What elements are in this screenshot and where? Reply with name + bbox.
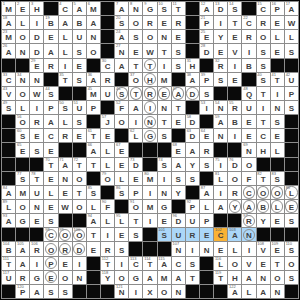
letter-cell-r12c14[interactable]: Y: [186, 158, 199, 171]
letter-cell-r6c19[interactable]: 40S: [257, 73, 270, 86]
letter-cell-r16c20[interactable]: E: [271, 214, 284, 227]
letter-cell-r2c13[interactable]: R: [172, 16, 185, 29]
letter-cell-r8c12[interactable]: N: [158, 101, 171, 114]
letter-cell-r10c5[interactable]: R: [59, 129, 72, 142]
letter-cell-r19c16[interactable]: 116L: [214, 257, 227, 270]
letter-cell-r20c2[interactable]: R: [16, 271, 29, 284]
letter-cell-r7c19[interactable]: T: [257, 87, 270, 100]
letter-cell-r3c2[interactable]: O: [16, 30, 29, 43]
letter-cell-r8c9[interactable]: 52F: [115, 101, 128, 114]
letter-cell-r5c14[interactable]: 31H: [186, 59, 199, 72]
letter-cell-r7c1[interactable]: 43V: [2, 87, 15, 100]
letter-cell-r1c9[interactable]: 7A: [115, 2, 128, 15]
letter-cell-r20c17[interactable]: H: [228, 271, 241, 284]
letter-cell-r2c12[interactable]: E: [158, 16, 171, 29]
letter-cell-r15c21[interactable]: E: [285, 200, 298, 213]
letter-cell-r18c21[interactable]: 110S: [285, 242, 298, 255]
letter-cell-r2c11[interactable]: R: [143, 16, 156, 29]
letter-cell-r21c18[interactable]: L: [242, 285, 255, 298]
letter-cell-r20c3[interactable]: G: [30, 271, 43, 284]
letter-cell-r5c12[interactable]: I: [158, 59, 171, 72]
letter-cell-r8c11[interactable]: I: [143, 101, 156, 114]
letter-cell-r17c18[interactable]: N: [242, 228, 255, 241]
letter-cell-r19c6[interactable]: I: [73, 257, 86, 270]
letter-cell-r9c20[interactable]: S: [271, 115, 284, 128]
letter-cell-r13c4[interactable]: E: [44, 172, 57, 185]
letter-cell-r21c9[interactable]: 121N: [115, 285, 128, 298]
letter-cell-r20c5[interactable]: O: [59, 271, 72, 284]
letter-cell-r21c11[interactable]: X: [143, 285, 156, 298]
letter-cell-r9c6[interactable]: S: [73, 115, 86, 128]
letter-cell-r11c14[interactable]: A: [186, 143, 199, 156]
letter-cell-r13c19[interactable]: 82T: [257, 172, 270, 185]
letter-cell-r1c20[interactable]: 16P: [271, 2, 284, 15]
letter-cell-r5c19[interactable]: S: [257, 59, 270, 72]
letter-cell-r3c6[interactable]: U: [73, 30, 86, 43]
letter-cell-r8c20[interactable]: N: [271, 101, 284, 114]
letter-cell-r11c20[interactable]: L: [271, 143, 284, 156]
letter-cell-r8c15[interactable]: 53I: [200, 101, 213, 114]
letter-cell-r3c21[interactable]: L: [285, 30, 298, 43]
letter-cell-r8c1[interactable]: 49S: [2, 101, 15, 114]
letter-cell-r15c4[interactable]: E: [44, 200, 57, 213]
letter-cell-r7c12[interactable]: E: [158, 87, 171, 100]
letter-cell-r17c17[interactable]: 103A: [228, 228, 241, 241]
letter-cell-r9c2[interactable]: 56O: [16, 115, 29, 128]
letter-cell-r9c10[interactable]: I: [129, 115, 142, 128]
letter-cell-r4c5[interactable]: L: [59, 44, 72, 57]
letter-cell-r18c5[interactable]: R: [59, 242, 72, 255]
letter-cell-r8c17[interactable]: 55R: [228, 101, 241, 114]
letter-cell-r21c5[interactable]: S: [59, 285, 72, 298]
letter-cell-r20c6[interactable]: N: [73, 271, 86, 284]
letter-cell-r17c9[interactable]: E: [115, 228, 128, 241]
letter-cell-r14c2[interactable]: M: [16, 186, 29, 199]
letter-cell-r15c11[interactable]: M: [143, 200, 156, 213]
letter-cell-r20c11[interactable]: A: [143, 271, 156, 284]
letter-cell-r7c18[interactable]: 48Q: [242, 87, 255, 100]
letter-cell-r8c3[interactable]: I: [30, 101, 43, 114]
letter-cell-r1c21[interactable]: 17A: [285, 2, 298, 15]
letter-cell-r6c12[interactable]: M: [158, 73, 171, 86]
letter-cell-r10c18[interactable]: E: [242, 129, 255, 142]
letter-cell-r15c8[interactable]: 90F: [101, 200, 114, 213]
letter-cell-r16c3[interactable]: E: [30, 214, 43, 227]
letter-cell-r21c19[interactable]: A: [257, 285, 270, 298]
letter-cell-r9c13[interactable]: E: [172, 115, 185, 128]
letter-cell-r9c16[interactable]: 59A: [214, 115, 227, 128]
letter-cell-r8c10[interactable]: A: [129, 101, 142, 114]
letter-cell-r14c20[interactable]: O: [271, 186, 284, 199]
letter-cell-r18c2[interactable]: 105A: [16, 242, 29, 255]
letter-cell-r15c16[interactable]: A: [214, 200, 227, 213]
letter-cell-r4c18[interactable]: I: [242, 44, 255, 57]
letter-cell-r4c21[interactable]: S: [285, 44, 298, 57]
letter-cell-r1c17[interactable]: 14S: [228, 2, 241, 15]
letter-cell-r4c7[interactable]: O: [87, 44, 100, 57]
letter-cell-r8c21[interactable]: S: [285, 101, 298, 114]
letter-cell-r3c4[interactable]: E: [44, 30, 57, 43]
letter-cell-r15c5[interactable]: W: [59, 200, 72, 213]
letter-cell-r2c1[interactable]: 18A: [2, 16, 15, 29]
letter-cell-r19c9[interactable]: I: [115, 257, 128, 270]
letter-cell-r9c18[interactable]: E: [242, 115, 255, 128]
letter-cell-r8c19[interactable]: I: [257, 101, 270, 114]
letter-cell-r6c17[interactable]: E: [228, 73, 241, 86]
letter-cell-r5c11[interactable]: T: [143, 59, 156, 72]
letter-cell-r14c12[interactable]: N: [158, 186, 171, 199]
letter-cell-r20c14[interactable]: T: [186, 271, 199, 284]
letter-cell-r9c9[interactable]: O: [115, 115, 128, 128]
letter-cell-r5c6[interactable]: E: [73, 59, 86, 72]
letter-cell-r4c4[interactable]: A: [44, 44, 57, 57]
letter-cell-r11c4[interactable]: E: [44, 143, 57, 156]
letter-cell-r7c8[interactable]: U: [101, 87, 114, 100]
letter-cell-r4c13[interactable]: S: [172, 44, 185, 57]
letter-cell-r19c5[interactable]: E: [59, 257, 72, 270]
letter-cell-r12c15[interactable]: S: [200, 158, 213, 171]
letter-cell-r1c16[interactable]: 13D: [214, 2, 227, 15]
letter-cell-r20c12[interactable]: M: [158, 271, 171, 284]
letter-cell-r20c9[interactable]: O: [115, 271, 128, 284]
letter-cell-r12c18[interactable]: O: [242, 158, 255, 171]
letter-cell-r19c14[interactable]: S: [186, 257, 199, 270]
letter-cell-r4c10[interactable]: E: [129, 44, 142, 57]
letter-cell-r16c9[interactable]: 95L: [115, 214, 128, 227]
letter-cell-r21c13[interactable]: N: [172, 285, 185, 298]
letter-cell-r5c9[interactable]: A: [115, 59, 128, 72]
letter-cell-r20c13[interactable]: A: [172, 271, 185, 284]
letter-cell-r2c20[interactable]: E: [271, 16, 284, 29]
letter-cell-r19c21[interactable]: O: [285, 257, 298, 270]
letter-cell-r2c9[interactable]: 20S: [115, 16, 128, 29]
letter-cell-r8c2[interactable]: L: [16, 101, 29, 114]
letter-cell-r14c10[interactable]: P: [129, 186, 142, 199]
letter-cell-r15c1[interactable]: 89L: [2, 200, 15, 213]
letter-cell-r14c1[interactable]: 84A: [2, 186, 15, 199]
letter-cell-r20c19[interactable]: N: [257, 271, 270, 284]
letter-cell-r2c7[interactable]: A: [87, 16, 100, 29]
letter-cell-r6c11[interactable]: H: [143, 73, 156, 86]
letter-cell-r18c6[interactable]: D: [73, 242, 86, 255]
letter-cell-r13c11[interactable]: 80M: [143, 172, 156, 185]
letter-cell-r1c15[interactable]: 12A: [200, 2, 213, 15]
letter-cell-r5c10[interactable]: T: [129, 59, 142, 72]
letter-cell-r20c8[interactable]: 118Y: [101, 271, 114, 284]
letter-cell-r2c5[interactable]: A: [59, 16, 72, 29]
letter-cell-r16c14[interactable]: U: [186, 214, 199, 227]
letter-cell-r13c18[interactable]: F: [242, 172, 255, 185]
letter-cell-r12c17[interactable]: 76D: [228, 158, 241, 171]
letter-cell-r4c1[interactable]: 26A: [2, 44, 15, 57]
letter-cell-r12c7[interactable]: T: [87, 158, 100, 171]
letter-cell-r1c3[interactable]: 3H: [30, 2, 43, 15]
letter-cell-r10c8[interactable]: E: [101, 129, 114, 142]
letter-cell-r5c5[interactable]: I: [59, 59, 72, 72]
letter-cell-r11c7[interactable]: 66A: [87, 143, 100, 156]
letter-cell-r1c19[interactable]: 15C: [257, 2, 270, 15]
letter-cell-r12c4[interactable]: 70T: [44, 158, 57, 171]
letter-cell-r7c10[interactable]: T: [129, 87, 142, 100]
letter-cell-r15c2[interactable]: O: [16, 200, 29, 213]
letter-cell-r15c10[interactable]: 91O: [129, 200, 142, 213]
letter-cell-r12c12[interactable]: 74S: [158, 158, 171, 171]
letter-cell-r2c10[interactable]: O: [129, 16, 142, 29]
letter-cell-r11c3[interactable]: S: [30, 143, 43, 156]
letter-cell-r5c8[interactable]: 30C: [101, 59, 114, 72]
letter-cell-r6c1[interactable]: 33C: [2, 73, 15, 86]
letter-cell-r7c11[interactable]: R: [143, 87, 156, 100]
letter-cell-r19c3[interactable]: I: [30, 257, 43, 270]
letter-cell-r3c18[interactable]: R: [242, 30, 255, 43]
letter-cell-r18c20[interactable]: 109E: [271, 242, 284, 255]
letter-cell-r4c12[interactable]: T: [158, 44, 171, 57]
letter-cell-r2c2[interactable]: L: [16, 16, 29, 29]
letter-cell-r17c12[interactable]: 101S: [158, 228, 171, 241]
letter-cell-r13c8[interactable]: 79O: [101, 172, 114, 185]
letter-cell-r17c6[interactable]: 100O: [73, 228, 86, 241]
letter-cell-r4c3[interactable]: D: [30, 44, 43, 57]
letter-cell-r1c11[interactable]: 9G: [143, 2, 156, 15]
letter-cell-r15c19[interactable]: B: [257, 200, 270, 213]
letter-cell-r3c5[interactable]: L: [59, 30, 72, 43]
letter-cell-r18c8[interactable]: R: [101, 242, 114, 255]
letter-cell-r13c5[interactable]: N: [59, 172, 72, 185]
letter-cell-r7c20[interactable]: I: [271, 87, 284, 100]
letter-cell-r7c4[interactable]: 44S: [44, 87, 57, 100]
letter-cell-r17c15[interactable]: E: [200, 228, 213, 241]
letter-cell-r17c13[interactable]: U: [172, 228, 185, 241]
letter-cell-r19c1[interactable]: 111T: [2, 257, 15, 270]
letter-cell-r5c17[interactable]: I: [228, 59, 241, 72]
letter-cell-r6c21[interactable]: 42U: [285, 73, 298, 86]
letter-cell-r19c11[interactable]: 114T: [143, 257, 156, 270]
letter-cell-r2c18[interactable]: 22C: [242, 16, 255, 29]
letter-cell-r10c6[interactable]: E: [73, 129, 86, 142]
letter-cell-r16c19[interactable]: Y: [257, 214, 270, 227]
letter-cell-r2c6[interactable]: B: [73, 16, 86, 29]
letter-cell-r15c15[interactable]: L: [200, 200, 213, 213]
letter-cell-r14c18[interactable]: C: [242, 186, 255, 199]
letter-cell-r21c4[interactable]: S: [44, 285, 57, 298]
letter-cell-r7c7[interactable]: 45M: [87, 87, 100, 100]
letter-cell-r19c19[interactable]: E: [257, 257, 270, 270]
letter-cell-r19c18[interactable]: V: [242, 257, 255, 270]
letter-cell-r10c10[interactable]: 62L: [129, 129, 142, 142]
letter-cell-r18c13[interactable]: 107N: [172, 242, 185, 255]
letter-cell-r14c21[interactable]: 88L: [285, 186, 298, 199]
letter-cell-r16c10[interactable]: T: [129, 214, 142, 227]
letter-cell-r10c19[interactable]: C: [257, 129, 270, 142]
letter-cell-r13c13[interactable]: S: [172, 172, 185, 185]
letter-cell-r3c16[interactable]: Y: [214, 30, 227, 43]
letter-cell-r9c8[interactable]: 57J: [101, 115, 114, 128]
letter-cell-r7c15[interactable]: S: [200, 87, 213, 100]
letter-cell-r13c17[interactable]: O: [228, 172, 241, 185]
letter-cell-r6c8[interactable]: R: [101, 73, 114, 86]
letter-cell-r5c3[interactable]: 29E: [30, 59, 43, 72]
letter-cell-r8c4[interactable]: P: [44, 101, 57, 114]
letter-cell-r12c5[interactable]: 71A: [59, 158, 72, 171]
letter-cell-r10c16[interactable]: N: [214, 129, 227, 142]
letter-cell-r10c15[interactable]: 64E: [200, 129, 213, 142]
letter-cell-r14c4[interactable]: L: [44, 186, 57, 199]
letter-cell-r2c4[interactable]: 19B: [44, 16, 57, 29]
letter-cell-r6c7[interactable]: 36A: [87, 73, 100, 86]
letter-cell-r18c4[interactable]: O: [44, 242, 57, 255]
letter-cell-r17c4[interactable]: 98C: [44, 228, 57, 241]
letter-cell-r4c19[interactable]: S: [257, 44, 270, 57]
letter-cell-r14c19[interactable]: O: [257, 186, 270, 199]
letter-cell-r20c21[interactable]: S: [285, 271, 298, 284]
letter-cell-r15c3[interactable]: N: [30, 200, 43, 213]
letter-cell-r1c7[interactable]: 6M: [87, 2, 100, 15]
letter-cell-r6c3[interactable]: N: [30, 73, 43, 86]
letter-cell-r16c18[interactable]: 97R: [242, 214, 255, 227]
letter-cell-r13c3[interactable]: 78T: [30, 172, 43, 185]
letter-cell-r20c16[interactable]: 119T: [214, 271, 227, 284]
letter-cell-r1c13[interactable]: 11T: [172, 2, 185, 15]
letter-cell-r2c16[interactable]: I: [214, 16, 227, 29]
letter-cell-r14c15[interactable]: 87A: [200, 186, 213, 199]
letter-cell-r4c20[interactable]: E: [271, 44, 284, 57]
letter-cell-r16c2[interactable]: G: [16, 214, 29, 227]
letter-cell-r16c7[interactable]: 94A: [87, 214, 100, 227]
letter-cell-r19c20[interactable]: T: [271, 257, 284, 270]
letter-cell-r20c4[interactable]: E: [44, 271, 57, 284]
letter-cell-r6c6[interactable]: S: [73, 73, 86, 86]
letter-cell-r11c18[interactable]: 69N: [242, 143, 255, 156]
letter-cell-r3c20[interactable]: L: [271, 30, 284, 43]
letter-cell-r20c1[interactable]: 117U: [2, 271, 15, 284]
letter-cell-r17c8[interactable]: I: [101, 228, 114, 241]
letter-cell-r13c9[interactable]: L: [115, 172, 128, 185]
letter-cell-r3c12[interactable]: N: [158, 30, 171, 43]
letter-cell-r14c3[interactable]: U: [30, 186, 43, 199]
letter-cell-r6c5[interactable]: 35T: [59, 73, 72, 86]
letter-cell-r14c16[interactable]: I: [214, 186, 227, 199]
letter-cell-r19c4[interactable]: P: [44, 257, 57, 270]
letter-cell-r19c8[interactable]: 112T: [101, 257, 114, 270]
letter-cell-r19c10[interactable]: 113C: [129, 257, 142, 270]
letter-cell-r16c21[interactable]: S: [285, 214, 298, 227]
letter-cell-r1c2[interactable]: 2E: [16, 2, 29, 15]
letter-cell-r3c1[interactable]: 23M: [2, 30, 15, 43]
letter-cell-r9c14[interactable]: 58D: [186, 115, 199, 128]
letter-cell-r14c7[interactable]: 85S: [87, 186, 100, 199]
letter-cell-r11c8[interactable]: L: [101, 143, 114, 156]
letter-cell-r2c19[interactable]: R: [257, 16, 270, 29]
letter-cell-r16c15[interactable]: P: [200, 214, 213, 227]
letter-cell-r16c12[interactable]: E: [158, 214, 171, 227]
letter-cell-r12c16[interactable]: 75I: [214, 158, 227, 171]
letter-cell-r5c4[interactable]: R: [44, 59, 57, 72]
letter-cell-r18c19[interactable]: 108V: [257, 242, 270, 255]
letter-cell-r3c15[interactable]: 25E: [200, 30, 213, 43]
letter-cell-r6c10[interactable]: 37O: [129, 73, 142, 86]
letter-cell-r13c12[interactable]: I: [158, 172, 171, 185]
letter-cell-r9c19[interactable]: T: [257, 115, 270, 128]
letter-cell-r6c15[interactable]: 39P: [200, 73, 213, 86]
letter-cell-r13c16[interactable]: 81L: [214, 172, 227, 185]
letter-cell-r10c20[interactable]: E: [271, 129, 284, 142]
letter-cell-r18c16[interactable]: E: [214, 242, 227, 255]
letter-cell-r6c20[interactable]: 41T: [271, 73, 284, 86]
letter-cell-r7c13[interactable]: 47A: [172, 87, 185, 100]
letter-cell-r17c14[interactable]: R: [186, 228, 199, 241]
letter-cell-r4c11[interactable]: W: [143, 44, 156, 57]
letter-cell-r12c10[interactable]: 73D: [129, 158, 142, 171]
letter-cell-r13c14[interactable]: S: [186, 172, 199, 185]
letter-cell-r13c2[interactable]: 77S: [16, 172, 29, 185]
letter-cell-r18c15[interactable]: N: [200, 242, 213, 255]
letter-cell-r11c15[interactable]: R: [200, 143, 213, 156]
letter-cell-r7c3[interactable]: W: [30, 87, 43, 100]
letter-cell-r15c18[interactable]: A: [242, 200, 255, 213]
letter-cell-r1c5[interactable]: 4C: [59, 2, 72, 15]
letter-cell-r3c3[interactable]: D: [30, 30, 43, 43]
letter-cell-r18c17[interactable]: L: [228, 242, 241, 255]
letter-cell-r10c7[interactable]: 61T: [87, 129, 100, 142]
letter-cell-r14c6[interactable]: T: [73, 186, 86, 199]
letter-cell-r10c11[interactable]: G: [143, 129, 156, 142]
letter-cell-r11c19[interactable]: H: [257, 143, 270, 156]
letter-cell-r18c7[interactable]: E: [87, 242, 100, 255]
letter-cell-r17c16[interactable]: 102C: [214, 228, 227, 241]
letter-cell-r7c2[interactable]: O: [16, 87, 29, 100]
letter-cell-r9c12[interactable]: T: [158, 115, 171, 128]
letter-cell-r6c2[interactable]: 34N: [16, 73, 29, 86]
letter-cell-r10c4[interactable]: C: [44, 129, 57, 142]
letter-cell-r16c13[interactable]: 96D: [172, 214, 185, 227]
letter-cell-r3c17[interactable]: E: [228, 30, 241, 43]
letter-cell-r2c21[interactable]: W: [285, 16, 298, 29]
letter-cell-r8c13[interactable]: T: [172, 101, 185, 114]
letter-cell-r17c5[interactable]: 99O: [59, 228, 72, 241]
letter-cell-r15c7[interactable]: L: [87, 200, 100, 213]
letter-cell-r18c18[interactable]: I: [242, 242, 255, 255]
letter-cell-r15c17[interactable]: Y: [228, 200, 241, 213]
letter-cell-r8c16[interactable]: 54N: [214, 101, 227, 114]
letter-cell-r11c9[interactable]: 67E: [115, 143, 128, 156]
letter-cell-r9c4[interactable]: A: [44, 115, 57, 128]
letter-cell-r3c7[interactable]: N: [87, 30, 100, 43]
letter-cell-r18c14[interactable]: I: [186, 242, 199, 255]
letter-cell-r5c18[interactable]: B: [242, 59, 255, 72]
letter-cell-r13c10[interactable]: E: [129, 172, 142, 185]
letter-cell-r16c1[interactable]: 93A: [2, 214, 15, 227]
letter-cell-r16c4[interactable]: S: [44, 214, 57, 227]
letter-cell-r1c12[interactable]: 10S: [158, 2, 171, 15]
letter-cell-r4c17[interactable]: V: [228, 44, 241, 57]
letter-cell-r21c2[interactable]: 120P: [16, 285, 29, 298]
letter-cell-r19c13[interactable]: C: [172, 257, 185, 270]
letter-cell-r16c11[interactable]: I: [143, 214, 156, 227]
letter-cell-r4c16[interactable]: E: [214, 44, 227, 57]
letter-cell-r7c9[interactable]: 46S: [115, 87, 128, 100]
letter-cell-r14c11[interactable]: I: [143, 186, 156, 199]
letter-cell-r7c14[interactable]: D: [186, 87, 199, 100]
letter-cell-r21c3[interactable]: A: [30, 285, 43, 298]
letter-cell-r10c2[interactable]: 60S: [16, 129, 29, 142]
letter-cell-r8c6[interactable]: 51U: [73, 101, 86, 114]
letter-cell-r9c17[interactable]: B: [228, 115, 241, 128]
letter-cell-r13c6[interactable]: O: [73, 172, 86, 185]
letter-cell-r16c8[interactable]: L: [101, 214, 114, 227]
letter-cell-r2c15[interactable]: 21P: [200, 16, 213, 29]
letter-cell-r21c17[interactable]: 122A: [228, 285, 241, 298]
letter-cell-r3c10[interactable]: S: [129, 30, 142, 43]
